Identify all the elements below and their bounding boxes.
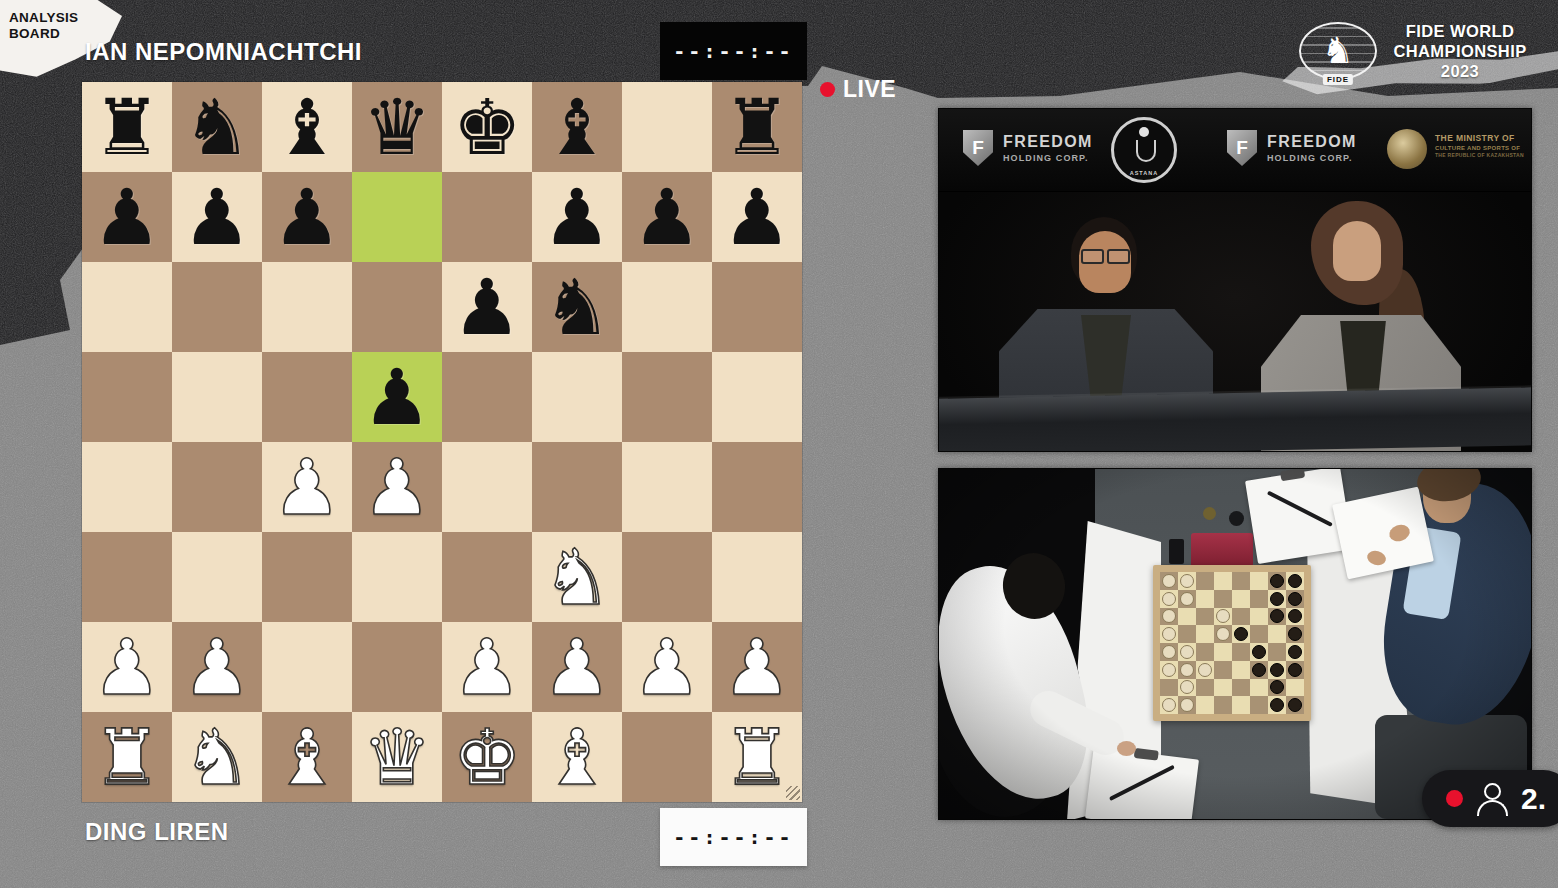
square-h3[interactable] <box>712 532 802 622</box>
square-b1[interactable]: ♞ <box>172 712 262 802</box>
recording-dot-icon <box>1446 790 1463 807</box>
white-bishop-f1[interactable]: ♝ <box>542 719 611 796</box>
square-g8[interactable] <box>622 82 712 172</box>
event-title-line1: FIDE WORLD <box>1384 22 1536 42</box>
square-g4[interactable] <box>622 442 712 532</box>
square-b6[interactable] <box>172 262 262 352</box>
vignette <box>939 469 1531 819</box>
square-d2[interactable] <box>352 622 442 712</box>
square-f7[interactable]: ♟ <box>532 172 622 262</box>
viewer-person-icon <box>1476 783 1508 815</box>
square-a4[interactable] <box>82 442 172 532</box>
black-pawn-d5[interactable]: ♟ <box>362 359 431 436</box>
square-a3[interactable] <box>82 532 172 622</box>
square-e3[interactable] <box>442 532 532 622</box>
white-pawn-a2[interactable]: ♟ <box>92 629 161 706</box>
clock-bottom-value: --:--:-- <box>673 825 793 849</box>
square-g6[interactable] <box>622 262 712 352</box>
square-g3[interactable] <box>622 532 712 622</box>
astana-logo: ASTANA <box>1111 117 1177 183</box>
astana-ball-icon <box>1139 127 1149 137</box>
square-b7[interactable]: ♟ <box>172 172 262 262</box>
commentator-right-face <box>1333 221 1381 281</box>
analysis-label-line1: ANALYSIS <box>9 10 122 26</box>
square-g5[interactable] <box>622 352 712 442</box>
square-g7[interactable]: ♟ <box>622 172 712 262</box>
freedom-logo-text: FREEDOM HOLDING CORP. <box>1003 133 1093 163</box>
square-a1[interactable]: ♜ <box>82 712 172 802</box>
clock-top: --:--:-- <box>660 22 807 80</box>
black-bishop-f8[interactable]: ♝ <box>542 89 611 166</box>
square-h2[interactable]: ♟ <box>712 622 802 712</box>
fide-logo: ♞ FIDE <box>1299 22 1377 80</box>
freedom-logo-text: FREEDOM HOLDING CORP. <box>1267 133 1357 163</box>
viewer-count: 2. <box>1521 782 1546 816</box>
square-c8[interactable]: ♝ <box>262 82 352 172</box>
black-pawn-c7[interactable]: ♟ <box>272 179 341 256</box>
black-knight-b8[interactable]: ♞ <box>182 89 251 166</box>
commentary-desk <box>938 387 1532 452</box>
square-b3[interactable] <box>172 532 262 622</box>
square-h6[interactable] <box>712 262 802 352</box>
freedom-logo-icon: F <box>963 130 993 166</box>
live-label: LIVE <box>843 76 896 103</box>
broadcast-frame: ANALYSIS BOARD IAN NEPOMNIACHTCHI DING L… <box>0 0 1558 888</box>
board-resize-handle[interactable] <box>786 786 800 800</box>
square-c7[interactable]: ♟ <box>262 172 352 262</box>
black-pawn-g7[interactable]: ♟ <box>632 179 701 256</box>
square-e7[interactable] <box>442 172 532 262</box>
square-b2[interactable]: ♟ <box>172 622 262 712</box>
square-h8[interactable]: ♜ <box>712 82 802 172</box>
square-f4[interactable] <box>532 442 622 532</box>
white-bishop-c1[interactable]: ♝ <box>272 719 341 796</box>
black-pawn-e6[interactable]: ♟ <box>452 269 521 346</box>
white-pawn-h2[interactable]: ♟ <box>722 629 791 706</box>
square-e5[interactable] <box>442 352 532 442</box>
black-bishop-c8[interactable]: ♝ <box>272 89 341 166</box>
white-rook-a1[interactable]: ♜ <box>92 719 161 796</box>
square-g2[interactable]: ♟ <box>622 622 712 712</box>
square-a6[interactable] <box>82 262 172 352</box>
square-c1[interactable]: ♝ <box>262 712 352 802</box>
square-f1[interactable]: ♝ <box>532 712 622 802</box>
square-h7[interactable]: ♟ <box>712 172 802 262</box>
square-b8[interactable]: ♞ <box>172 82 262 172</box>
square-f8[interactable]: ♝ <box>532 82 622 172</box>
clock-top-value: --:--:-- <box>673 39 793 63</box>
square-f6[interactable]: ♞ <box>532 262 622 352</box>
event-title: FIDE WORLD CHAMPIONSHIP 2023 <box>1384 22 1536 81</box>
black-knight-f6[interactable]: ♞ <box>542 269 611 346</box>
square-g1[interactable] <box>622 712 712 802</box>
square-d8[interactable]: ♛ <box>352 82 442 172</box>
white-pawn-g2[interactable]: ♟ <box>632 629 701 706</box>
white-pawn-c4[interactable]: ♟ <box>272 449 341 526</box>
black-pawn-b7[interactable]: ♟ <box>182 179 251 256</box>
commentary-video: F FREEDOM HOLDING CORP. ASTANA F FREEDOM… <box>938 108 1532 452</box>
square-d1[interactable]: ♛ <box>352 712 442 802</box>
square-c4[interactable]: ♟ <box>262 442 352 532</box>
square-a2[interactable]: ♟ <box>82 622 172 712</box>
chess-board[interactable]: ♜♞♝♛♚♝♜♟♟♟♟♟♟♟♞♟♟♟♞♟♟♟♟♟♟♜♞♝♛♚♝♜ <box>82 82 802 802</box>
ministry-emblem-icon <box>1387 129 1427 169</box>
astana-cup-icon <box>1136 140 1156 162</box>
glasses-icon <box>1107 249 1130 264</box>
sponsor-banner: F FREEDOM HOLDING CORP. ASTANA F FREEDOM… <box>939 109 1531 192</box>
live-dot-icon <box>820 82 835 97</box>
square-f3[interactable]: ♞ <box>532 532 622 622</box>
square-b4[interactable] <box>172 442 262 532</box>
square-c3[interactable] <box>262 532 352 622</box>
astana-label: ASTANA <box>1114 170 1174 176</box>
black-queen-d8[interactable]: ♛ <box>362 89 431 166</box>
square-c6[interactable] <box>262 262 352 352</box>
white-pawn-d4[interactable]: ♟ <box>362 449 431 526</box>
square-d5[interactable]: ♟ <box>352 352 442 442</box>
white-king-e1[interactable]: ♚ <box>452 719 521 796</box>
square-a7[interactable]: ♟ <box>82 172 172 262</box>
ministry-text: THE MINISTRY OF CULTURE AND SPORTS OF TH… <box>1435 133 1527 158</box>
black-pawn-f7[interactable]: ♟ <box>542 179 611 256</box>
fide-ribbon-label: FIDE <box>1323 74 1353 85</box>
white-knight-b1[interactable]: ♞ <box>182 719 251 796</box>
square-h5[interactable] <box>712 352 802 442</box>
square-c2[interactable] <box>262 622 352 712</box>
event-title-line3: 2023 <box>1384 62 1536 82</box>
square-d4[interactable]: ♟ <box>352 442 442 532</box>
black-king-e8[interactable]: ♚ <box>452 89 521 166</box>
square-c5[interactable] <box>262 352 352 442</box>
white-pawn-f2[interactable]: ♟ <box>542 629 611 706</box>
square-h4[interactable] <box>712 442 802 532</box>
square-e2[interactable]: ♟ <box>442 622 532 712</box>
square-e4[interactable] <box>442 442 532 532</box>
event-title-line2: CHAMPIONSHIP <box>1384 42 1536 62</box>
square-d3[interactable] <box>352 532 442 622</box>
black-pawn-h7[interactable]: ♟ <box>722 179 791 256</box>
freedom-logo-icon: F <box>1227 130 1257 166</box>
white-queen-d1[interactable]: ♛ <box>362 719 431 796</box>
fide-globe: ♞ <box>1299 22 1377 80</box>
square-e6[interactable]: ♟ <box>442 262 532 352</box>
viewer-count-pill: 2. <box>1422 770 1558 827</box>
white-pawn-e2[interactable]: ♟ <box>452 629 521 706</box>
white-rook-h1[interactable]: ♜ <box>722 719 791 796</box>
square-d6[interactable] <box>352 262 442 352</box>
live-indicator: LIVE <box>820 76 896 103</box>
player-name-top: IAN NEPOMNIACHTCHI <box>85 38 362 66</box>
black-pawn-a7[interactable]: ♟ <box>92 179 161 256</box>
square-a5[interactable] <box>82 352 172 442</box>
game-table-video <box>938 468 1532 820</box>
white-knight-f3[interactable]: ♞ <box>542 539 611 616</box>
square-f5[interactable] <box>532 352 622 442</box>
square-e8[interactable]: ♚ <box>442 82 532 172</box>
square-a8[interactable]: ♜ <box>82 82 172 172</box>
black-rook-a8[interactable]: ♜ <box>92 89 161 166</box>
square-f2[interactable]: ♟ <box>532 622 622 712</box>
white-pawn-b2[interactable]: ♟ <box>182 629 251 706</box>
black-rook-h8[interactable]: ♜ <box>722 89 791 166</box>
fide-knight-icon: ♞ <box>1322 33 1354 69</box>
square-e1[interactable]: ♚ <box>442 712 532 802</box>
glasses-icon <box>1081 249 1104 264</box>
clock-bottom: --:--:-- <box>660 808 807 866</box>
square-d7[interactable] <box>352 172 442 262</box>
player-name-bottom: DING LIREN <box>85 818 229 846</box>
square-b5[interactable] <box>172 352 262 442</box>
